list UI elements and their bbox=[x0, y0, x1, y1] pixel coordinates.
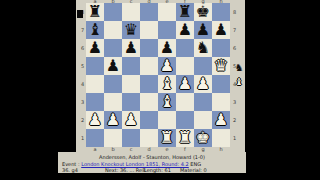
white-pawn: ♟ bbox=[122, 111, 140, 129]
letterbox-left bbox=[0, 0, 58, 180]
rank-label-right-3: 3 bbox=[231, 93, 238, 111]
black-pawn: ♟ bbox=[176, 21, 194, 39]
square-g3 bbox=[194, 93, 212, 111]
square-f2 bbox=[176, 111, 194, 129]
white-bishop: ♝ bbox=[158, 93, 176, 111]
square-h8 bbox=[212, 3, 230, 21]
square-g4: ♟ bbox=[194, 75, 212, 93]
square-b8 bbox=[104, 3, 122, 21]
square-g6: ♞ bbox=[194, 39, 212, 57]
rank-label-left-5: 5 bbox=[79, 57, 86, 75]
square-a8: ♜ bbox=[86, 3, 104, 21]
square-a4 bbox=[86, 75, 104, 93]
square-b2: ♟ bbox=[104, 111, 122, 129]
square-c4 bbox=[122, 75, 140, 93]
rank-label-left-3: 3 bbox=[79, 93, 86, 111]
square-f5 bbox=[176, 57, 194, 75]
square-h6 bbox=[212, 39, 230, 57]
black-pawn: ♟ bbox=[158, 39, 176, 57]
square-e6: ♟ bbox=[158, 39, 176, 57]
black-pawn: ♟ bbox=[194, 21, 212, 39]
white-bishop: ♝ bbox=[158, 75, 176, 93]
square-e4: ♝ bbox=[158, 75, 176, 93]
square-d6 bbox=[140, 39, 158, 57]
square-g8: ♚ bbox=[194, 3, 212, 21]
rank-label-left-7: 7 bbox=[79, 21, 86, 39]
square-e5: ♟ bbox=[158, 57, 176, 75]
black-rook: ♜ bbox=[86, 3, 104, 21]
rank-label-right-7: 7 bbox=[231, 21, 238, 39]
black-pawn: ♟ bbox=[86, 39, 104, 57]
white-rook: ♜ bbox=[176, 129, 194, 147]
game-length: Length: 61 bbox=[144, 167, 171, 173]
file-label-top-g: g bbox=[194, 0, 212, 4]
square-c5 bbox=[122, 57, 140, 75]
square-f8: ♜ bbox=[176, 3, 194, 21]
rank-label-right-6: 6 bbox=[231, 39, 238, 57]
square-a6: ♟ bbox=[86, 39, 104, 57]
square-d4 bbox=[140, 75, 158, 93]
rank-label-right-1: 1 bbox=[231, 129, 238, 147]
last-move: 36. g4 bbox=[62, 167, 78, 173]
white-pawn: ♟ bbox=[158, 57, 176, 75]
white-pawn: ♟ bbox=[104, 111, 122, 129]
rank-label-right-8: 8 bbox=[231, 3, 238, 21]
square-f7: ♟ bbox=[176, 21, 194, 39]
black-bishop: ♝ bbox=[86, 21, 104, 39]
square-d3 bbox=[140, 93, 158, 111]
rank-label-left-6: 6 bbox=[79, 39, 86, 57]
square-h1 bbox=[212, 129, 230, 147]
square-a5 bbox=[86, 57, 104, 75]
square-b1 bbox=[104, 129, 122, 147]
white-pawn: ♟ bbox=[176, 75, 194, 93]
game-info-footer: Anderssen, Adolf - Staunton, Howard (1-0… bbox=[58, 152, 246, 173]
square-g5 bbox=[194, 57, 212, 75]
square-f3 bbox=[176, 93, 194, 111]
square-a2: ♟ bbox=[86, 111, 104, 129]
square-b4 bbox=[104, 75, 122, 93]
players-result-line: Anderssen, Adolf - Staunton, Howard (1-0… bbox=[58, 154, 246, 160]
square-f4: ♟ bbox=[176, 75, 194, 93]
white-pawn: ♟ bbox=[212, 111, 230, 129]
file-label-top-c: c bbox=[122, 0, 140, 4]
square-a7: ♝ bbox=[86, 21, 104, 39]
white-queen: ♛ bbox=[212, 57, 230, 75]
square-b6 bbox=[104, 39, 122, 57]
file-label-top-f: f bbox=[176, 0, 194, 4]
square-d8 bbox=[140, 3, 158, 21]
square-d2 bbox=[140, 111, 158, 129]
file-label-top-a: a bbox=[86, 0, 104, 4]
move-status-line: 36. g4 Next: 36. ... Re8 Length: 61 Mate… bbox=[58, 167, 246, 173]
letterbox-right bbox=[246, 0, 320, 180]
material-balance: Material: 0 bbox=[180, 167, 207, 173]
square-e8 bbox=[158, 3, 176, 21]
square-d5 bbox=[140, 57, 158, 75]
rank-label-left-2: 2 bbox=[79, 111, 86, 129]
square-h4 bbox=[212, 75, 230, 93]
square-e3: ♝ bbox=[158, 93, 176, 111]
black-knight: ♞ bbox=[194, 39, 212, 57]
side-to-move-indicator bbox=[77, 10, 83, 18]
white-rook: ♜ bbox=[158, 129, 176, 147]
board: ♜♜♚♝♛♟♟♟♟♟♟♞♟♟♛♝♟♟♝♟♟♟♟♜♜♚ bbox=[86, 3, 230, 147]
white-king: ♚ bbox=[194, 129, 212, 147]
square-c6: ♟ bbox=[122, 39, 140, 57]
rank-label-left-4: 4 bbox=[79, 75, 86, 93]
square-c2: ♟ bbox=[122, 111, 140, 129]
file-label-top-e: e bbox=[158, 0, 176, 4]
rank-label-left-1: 1 bbox=[79, 129, 86, 147]
material-white-bishop-icon: ♝ bbox=[233, 75, 245, 88]
square-c1 bbox=[122, 129, 140, 147]
rank-label-right-2: 2 bbox=[231, 111, 238, 129]
square-d7 bbox=[140, 21, 158, 39]
square-g2 bbox=[194, 111, 212, 129]
square-e2 bbox=[158, 111, 176, 129]
square-h2: ♟ bbox=[212, 111, 230, 129]
black-pawn: ♟ bbox=[122, 39, 140, 57]
material-black-knight-icon: ♞ bbox=[233, 61, 245, 74]
square-b5: ♟ bbox=[104, 57, 122, 75]
square-c7: ♛ bbox=[122, 21, 140, 39]
black-pawn: ♟ bbox=[104, 57, 122, 75]
black-rook: ♜ bbox=[176, 3, 194, 21]
white-pawn: ♟ bbox=[86, 111, 104, 129]
square-e1: ♜ bbox=[158, 129, 176, 147]
square-e7 bbox=[158, 21, 176, 39]
square-f1: ♜ bbox=[176, 129, 194, 147]
square-d1 bbox=[140, 129, 158, 147]
square-c3 bbox=[122, 93, 140, 111]
black-pawn: ♟ bbox=[212, 21, 230, 39]
file-label-top-h: h bbox=[212, 0, 230, 4]
square-h3 bbox=[212, 93, 230, 111]
square-g7: ♟ bbox=[194, 21, 212, 39]
file-label-top-d: d bbox=[140, 0, 158, 4]
next-move: Next: 36. ... Re8 bbox=[105, 167, 145, 173]
square-a1 bbox=[86, 129, 104, 147]
square-b7 bbox=[104, 21, 122, 39]
square-c8 bbox=[122, 3, 140, 21]
white-pawn: ♟ bbox=[194, 75, 212, 93]
square-h5: ♛ bbox=[212, 57, 230, 75]
black-queen: ♛ bbox=[122, 21, 140, 39]
black-king: ♚ bbox=[194, 3, 212, 21]
square-a3 bbox=[86, 93, 104, 111]
square-f6 bbox=[176, 39, 194, 57]
square-g1: ♚ bbox=[194, 129, 212, 147]
square-h7: ♟ bbox=[212, 21, 230, 39]
file-label-top-b: b bbox=[104, 0, 122, 4]
square-b3 bbox=[104, 93, 122, 111]
video-frame: ♜♜♚♝♛♟♟♟♟♟♟♞♟♟♛♝♟♟♝♟♟♟♟♜♜♚ aabbccddeeffg… bbox=[0, 0, 320, 180]
